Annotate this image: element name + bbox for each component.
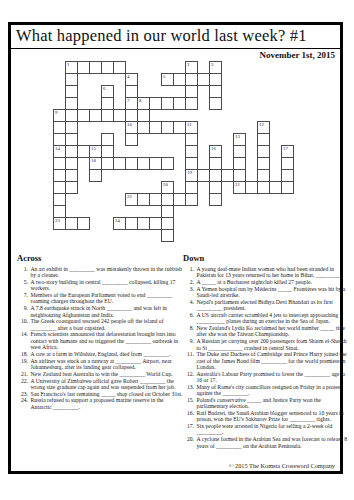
clue-text: New Zealand's Lydia Ko reclaimed her wor…: [197, 325, 352, 338]
clue-number: 1: [67, 62, 69, 67]
clue-across-21: 21.New Zealand beat Australia to win the…: [17, 371, 183, 377]
clue-number: 6: [103, 86, 105, 91]
clue-text: The Greek coastguard rescued 242 people …: [31, 318, 184, 331]
clue-across-18: 18.A cow at a farm in Wiltshire, England…: [17, 351, 183, 357]
clue-text: An airliner was stuck on a runway at ___…: [31, 358, 184, 371]
clue-number-label: 18.: [17, 351, 31, 357]
clue-number-label: 16.: [183, 410, 197, 423]
clue-across-9: 9.A 7.8 earthquake struck in North _____…: [17, 305, 183, 318]
clue-number: 17: [283, 146, 288, 151]
clue-text: Members of the European Parliament voted…: [31, 292, 184, 305]
clue-text: New Zealand beat Australia to win the __…: [31, 371, 184, 377]
clue-number-label: 10.: [17, 318, 31, 331]
copyright-notice: © 2015 The Komsta Crossword Company: [229, 462, 335, 469]
title-divider: [11, 48, 340, 49]
clue-down-8: 8.New Zealand's Lydia Ko reclaimed her w…: [183, 325, 351, 338]
clue-number: 19: [187, 170, 192, 175]
grid-cell[interactable]: [125, 133, 138, 146]
page-title: What happened in our world last week? #1: [16, 26, 307, 46]
down-heading: Down: [183, 253, 351, 263]
clue-number-label: 9.: [183, 338, 197, 351]
clue-text: San Francisco's last remaining _____ sho…: [31, 391, 184, 397]
clue-text: Poland's conservative _____ and Justice …: [197, 397, 352, 410]
clue-number: 16: [211, 146, 216, 151]
clue-text: Six people were arrested in Nigeria for …: [197, 423, 352, 436]
clue-number-label: 13.: [183, 384, 197, 397]
clue-number: 15: [91, 146, 96, 151]
grid-cell[interactable]: [161, 229, 174, 242]
clue-down-9: 9.A Russian jet carrying over 200 passen…: [183, 338, 351, 351]
clue-down-11: 11.The Duke and Duchess of Cambridge and…: [183, 351, 351, 370]
clue-number: 23: [55, 218, 60, 223]
clue-text: A US aircraft carrier scrambled 4 jets t…: [197, 312, 352, 325]
clue-number-label: 14.: [17, 331, 31, 350]
across-heading: Across: [17, 253, 183, 263]
across-clues-section: Across 1.An art exhibit in _________ was…: [17, 253, 183, 411]
clue-down-3: 3.A Yemen hospital run by Médecins _____…: [183, 286, 351, 299]
grid-cell[interactable]: [209, 193, 222, 206]
across-clue-list: 1.An art exhibit in _________ was mistak…: [17, 266, 183, 410]
clue-number: 12: [259, 122, 264, 127]
clue-number: 21: [235, 182, 240, 187]
clue-text: Raif Badawi, the Saudi Arabian blogger s…: [197, 410, 352, 423]
clue-across-7: 7.Members of the European Parliament vot…: [17, 292, 183, 305]
grid-cell[interactable]: [281, 181, 294, 194]
clue-number: 10: [127, 122, 132, 127]
clue-number-label: 21.: [17, 371, 31, 377]
clue-text: A cyclone formed in the Arabian Sea and …: [197, 436, 352, 449]
clue-across-19: 19.An airliner was stuck on a runway at …: [17, 358, 183, 371]
clue-number: 13: [235, 134, 240, 139]
clue-text: A young deaf-mute Indian woman who had b…: [197, 266, 352, 279]
down-clues-section: Down 1.A young deaf-mute Indian woman wh…: [183, 253, 351, 449]
clue-across-24: 24.Russia refused to support a proposed …: [17, 397, 183, 410]
clue-number-label: 12.: [183, 371, 197, 384]
clue-text: A two-story building in central ________…: [31, 279, 184, 292]
clue-number: 11: [187, 122, 192, 127]
clue-text: Nepal's parliament elected Bidhya Devi B…: [197, 299, 352, 312]
clue-down-20: 20.A cyclone formed in the Arabian Sea a…: [183, 436, 351, 449]
clue-text: A _____ at a Bucharest nightclub killed …: [197, 279, 352, 285]
clue-down-12: 12.Australia's Labour Party promised to …: [183, 371, 351, 384]
grid-cell[interactable]: [65, 181, 78, 194]
clue-number: 3: [211, 62, 213, 67]
clue-number: 5: [163, 74, 165, 79]
clue-down-13: 13.Many of Rome's city councillors resig…: [183, 384, 351, 397]
clue-text: Australia's Labour Party promised to low…: [197, 371, 352, 384]
clue-down-15: 15.Poland's conservative _____ and Justi…: [183, 397, 351, 410]
clue-down-2: 2.A _____ at a Bucharest nightclub kille…: [183, 279, 351, 285]
clue-number: 9: [55, 110, 57, 115]
clue-across-22: 22.A University of Zimbabwe official gav…: [17, 378, 183, 391]
down-clue-list: 1.A young deaf-mute Indian woman who had…: [183, 266, 351, 449]
clue-down-16: 16.Raif Badawi, the Saudi Arabian blogge…: [183, 410, 351, 423]
clue-number-label: 23.: [17, 391, 31, 397]
clue-number-label: 1.: [183, 266, 197, 279]
clue-number: 2: [187, 62, 189, 67]
clue-text: A cow at a farm in Wiltshire, England, d…: [31, 351, 184, 357]
grid-cell[interactable]: [185, 193, 198, 206]
grid-cell[interactable]: [185, 97, 198, 110]
clue-down-4: 4.Nepal's parliament elected Bidhya Devi…: [183, 299, 351, 312]
clue-number: 24: [115, 218, 120, 223]
grid-cell[interactable]: [209, 97, 222, 110]
clue-down-6: 6.A US aircraft carrier scrambled 4 jets…: [183, 312, 351, 325]
clue-number-label: 20.: [183, 436, 197, 449]
crossword-sheet: What happened in our world last week? #1…: [0, 0, 354, 500]
clue-text: A Yemen hospital run by Médecins _____ F…: [197, 286, 352, 299]
clue-across-1: 1.An art exhibit in _________ was mistak…: [17, 266, 183, 279]
clue-number: 22: [127, 194, 132, 199]
clue-number-label: 19.: [17, 358, 31, 371]
clue-number-label: 5.: [17, 279, 31, 292]
clue-number-label: 2.: [183, 279, 197, 285]
clue-number: 8: [139, 98, 141, 103]
clue-number-label: 3.: [183, 286, 197, 299]
clue-number: 7: [127, 98, 129, 103]
clue-text: Russia refused to support a proposed mar…: [31, 397, 184, 410]
page-frame: What happened in our world last week? #1…: [8, 22, 343, 474]
clue-text: Many of Rome's city councillors resigned…: [197, 384, 352, 397]
clue-text: A University of Zimbabwe official gave R…: [31, 378, 184, 391]
clue-number: 14: [55, 146, 60, 151]
clue-number-label: 15.: [183, 397, 197, 410]
clue-across-14: 14.French scientists announced that defo…: [17, 331, 183, 350]
clue-number-label: 24.: [17, 397, 31, 410]
clue-number-label: 1.: [17, 266, 31, 279]
puzzle-date: November 1st, 2015: [259, 50, 335, 60]
grid-cell[interactable]: [77, 217, 90, 230]
clue-number: 20: [163, 182, 168, 187]
clue-number: 18: [91, 158, 96, 163]
clue-across-5: 5.A two-story building in central ______…: [17, 279, 183, 292]
clue-number-label: 4.: [183, 299, 197, 312]
clue-text: A 7.8 earthquake struck in North _______…: [31, 305, 184, 318]
clue-number-label: 11.: [183, 351, 197, 370]
clue-across-10: 10.The Greek coastguard rescued 242 peop…: [17, 318, 183, 331]
grid-cell[interactable]: [89, 169, 102, 182]
clue-across-23: 23.San Francisco's last remaining _____ …: [17, 391, 183, 397]
clue-text: A Russian jet carrying over 200 passenge…: [197, 338, 352, 351]
clue-text: French scientists announced that defores…: [31, 331, 184, 350]
clue-down-17: 17.Six people were arrested in Nigeria f…: [183, 423, 351, 436]
clue-number-label: 7.: [17, 292, 31, 305]
clue-text: The Duke and Duchess of Cambridge and Pr…: [197, 351, 352, 370]
grid-cell[interactable]: [161, 157, 174, 170]
clue-down-1: 1.A young deaf-mute Indian woman who had…: [183, 266, 351, 279]
clue-number-label: 17.: [183, 423, 197, 436]
clue-number-label: 6.: [183, 312, 197, 325]
crossword-grid: 123456789101112131415161718192021222324: [53, 61, 299, 247]
clue-number-label: 22.: [17, 378, 31, 391]
clue-text: An art exhibit in _________ was mistaken…: [31, 266, 184, 279]
clue-number-label: 9.: [17, 305, 31, 318]
clue-number: 4: [127, 74, 129, 79]
clue-number-label: 8.: [183, 325, 197, 338]
